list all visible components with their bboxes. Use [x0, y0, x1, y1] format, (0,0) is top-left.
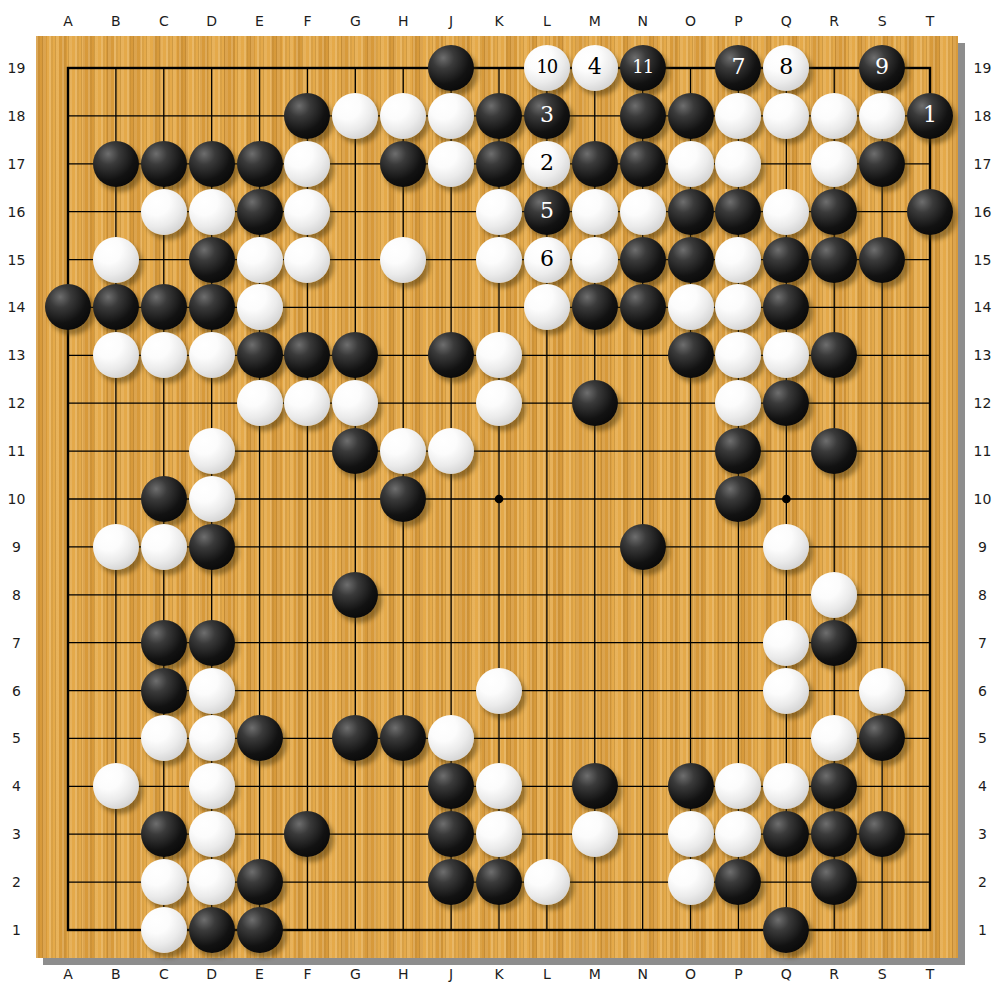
move-number-label-T18: 1 [923, 104, 937, 126]
row-label-left-4: 4 [0, 776, 33, 796]
stone-white-K15[interactable] [476, 237, 522, 283]
stone-black-R11[interactable] [811, 428, 857, 474]
move-number-label-N19: 11 [632, 58, 653, 76]
stone-white-D3[interactable] [189, 811, 235, 857]
stone-white-O17[interactable] [668, 141, 714, 187]
stone-white-D11[interactable] [189, 428, 235, 474]
stone-white-Q6[interactable] [763, 668, 809, 714]
column-label-top-D: D [197, 11, 227, 31]
move-number-label-L18: 3 [540, 104, 554, 126]
column-label-bottom-O: O [676, 964, 706, 984]
row-label-left-15: 15 [0, 250, 33, 270]
row-label-left-9: 9 [0, 537, 33, 557]
stone-black-L18[interactable]: 3 [524, 93, 570, 139]
column-label-top-C: C [149, 11, 179, 31]
row-label-left-1: 1 [0, 920, 33, 940]
stone-white-C2[interactable] [141, 859, 187, 905]
column-label-bottom-D: D [197, 964, 227, 984]
stone-black-L16[interactable]: 5 [524, 189, 570, 235]
stone-black-R16[interactable] [811, 189, 857, 235]
column-label-bottom-Q: Q [771, 964, 801, 984]
column-label-bottom-K: K [484, 964, 514, 984]
row-label-right-8: 8 [966, 585, 999, 605]
stone-black-E17[interactable] [237, 141, 283, 187]
stone-white-L14[interactable] [524, 284, 570, 330]
row-label-right-2: 2 [966, 872, 999, 892]
stone-white-P15[interactable] [715, 237, 761, 283]
row-label-left-14: 14 [0, 297, 33, 317]
row-label-left-7: 7 [0, 633, 33, 653]
column-label-bottom-C: C [149, 964, 179, 984]
stone-white-M16[interactable] [572, 189, 618, 235]
column-label-bottom-T: T [915, 964, 945, 984]
stone-black-J2[interactable] [428, 859, 474, 905]
stone-white-B15[interactable] [93, 237, 139, 283]
stone-black-B14[interactable] [93, 284, 139, 330]
column-label-bottom-A: A [53, 964, 83, 984]
stone-white-H11[interactable] [380, 428, 426, 474]
column-label-bottom-E: E [245, 964, 275, 984]
stone-black-O4[interactable] [668, 763, 714, 809]
stone-black-Q1[interactable] [763, 907, 809, 953]
column-label-bottom-S: S [867, 964, 897, 984]
stone-white-K16[interactable] [476, 189, 522, 235]
stone-white-O2[interactable] [668, 859, 714, 905]
row-label-right-6: 6 [966, 681, 999, 701]
stone-black-R2[interactable] [811, 859, 857, 905]
stone-white-E14[interactable] [237, 284, 283, 330]
column-label-top-P: P [723, 11, 753, 31]
row-label-right-9: 9 [966, 537, 999, 557]
star-point-Q10 [782, 495, 791, 504]
stone-black-D14[interactable] [189, 284, 235, 330]
stone-black-C6[interactable] [141, 668, 187, 714]
stone-black-K2[interactable] [476, 859, 522, 905]
stone-black-S19[interactable]: 9 [859, 45, 905, 91]
row-label-left-18: 18 [0, 106, 33, 126]
stone-black-O18[interactable] [668, 93, 714, 139]
stone-white-F17[interactable] [284, 141, 330, 187]
stone-white-M19[interactable]: 4 [572, 45, 618, 91]
column-label-bottom-M: M [580, 964, 610, 984]
row-label-right-5: 5 [966, 728, 999, 748]
move-number-label-M19: 4 [588, 56, 602, 78]
stone-black-H10[interactable] [380, 476, 426, 522]
stone-white-S6[interactable] [859, 668, 905, 714]
column-label-bottom-F: F [292, 964, 322, 984]
row-label-right-18: 18 [966, 106, 999, 126]
stone-black-O13[interactable] [668, 332, 714, 378]
go-board[interactable]: 1041178931256 [36, 36, 958, 958]
stone-white-F16[interactable] [284, 189, 330, 235]
stone-white-E15[interactable] [237, 237, 283, 283]
stone-white-B13[interactable] [93, 332, 139, 378]
stone-black-C17[interactable] [141, 141, 187, 187]
column-label-bottom-P: P [723, 964, 753, 984]
row-label-right-10: 10 [966, 489, 999, 509]
move-number-label-L19: 10 [536, 58, 557, 76]
stone-black-B17[interactable] [93, 141, 139, 187]
row-label-left-11: 11 [0, 441, 33, 461]
stone-black-P16[interactable] [715, 189, 761, 235]
stone-white-K4[interactable] [476, 763, 522, 809]
row-label-left-8: 8 [0, 585, 33, 605]
column-label-bottom-N: N [628, 964, 658, 984]
column-label-top-A: A [53, 11, 83, 31]
stone-white-S18[interactable] [859, 93, 905, 139]
stone-black-T18[interactable]: 1 [907, 93, 953, 139]
stone-white-Q16[interactable] [763, 189, 809, 235]
column-label-bottom-J: J [436, 964, 466, 984]
stone-white-G18[interactable] [332, 93, 378, 139]
stone-white-Q9[interactable] [763, 524, 809, 570]
stone-white-Q18[interactable] [763, 93, 809, 139]
stone-black-K17[interactable] [476, 141, 522, 187]
column-label-bottom-L: L [532, 964, 562, 984]
stone-black-J3[interactable] [428, 811, 474, 857]
stone-black-K18[interactable] [476, 93, 522, 139]
column-label-top-F: F [292, 11, 322, 31]
stone-white-D10[interactable] [189, 476, 235, 522]
stone-white-F15[interactable] [284, 237, 330, 283]
stone-black-E16[interactable] [237, 189, 283, 235]
stone-black-R7[interactable] [811, 620, 857, 666]
stone-black-N17[interactable] [620, 141, 666, 187]
stone-white-J18[interactable] [428, 93, 474, 139]
stone-white-R17[interactable] [811, 141, 857, 187]
stone-white-C1[interactable] [141, 907, 187, 953]
stone-white-M15[interactable] [572, 237, 618, 283]
stone-black-S17[interactable] [859, 141, 905, 187]
stone-black-H17[interactable] [380, 141, 426, 187]
stone-white-D2[interactable] [189, 859, 235, 905]
row-label-left-5: 5 [0, 728, 33, 748]
stone-black-D9[interactable] [189, 524, 235, 570]
column-label-top-H: H [388, 11, 418, 31]
stone-white-D13[interactable] [189, 332, 235, 378]
stone-white-J11[interactable] [428, 428, 474, 474]
stone-black-N19[interactable]: 11 [620, 45, 666, 91]
stone-black-Q15[interactable] [763, 237, 809, 283]
stone-black-D17[interactable] [189, 141, 235, 187]
go-diagram: 1041178931256 AABBCCDDEEFFGGHHJJKKLLMMNN… [0, 0, 1000, 1000]
stone-white-Q19[interactable]: 8 [763, 45, 809, 91]
stone-white-L15[interactable]: 6 [524, 237, 570, 283]
stone-white-E12[interactable] [237, 380, 283, 426]
stone-white-L2[interactable] [524, 859, 570, 905]
column-label-bottom-B: B [101, 964, 131, 984]
stone-white-R8[interactable] [811, 572, 857, 618]
stone-white-N16[interactable] [620, 189, 666, 235]
row-label-right-19: 19 [966, 58, 999, 78]
row-label-right-13: 13 [966, 345, 999, 365]
column-label-top-M: M [580, 11, 610, 31]
row-label-right-17: 17 [966, 154, 999, 174]
stone-black-N18[interactable] [620, 93, 666, 139]
row-label-right-3: 3 [966, 824, 999, 844]
stone-black-R15[interactable] [811, 237, 857, 283]
column-label-top-K: K [484, 11, 514, 31]
stone-white-K12[interactable] [476, 380, 522, 426]
row-label-right-11: 11 [966, 441, 999, 461]
stone-black-M12[interactable] [572, 380, 618, 426]
stone-black-N9[interactable] [620, 524, 666, 570]
stone-white-C9[interactable] [141, 524, 187, 570]
stone-white-B4[interactable] [93, 763, 139, 809]
stone-white-H18[interactable] [380, 93, 426, 139]
row-label-right-15: 15 [966, 250, 999, 270]
column-label-top-R: R [819, 11, 849, 31]
stone-black-C10[interactable] [141, 476, 187, 522]
move-number-label-L15: 6 [540, 248, 554, 270]
row-label-right-7: 7 [966, 633, 999, 653]
stone-white-C5[interactable] [141, 715, 187, 761]
column-label-top-G: G [340, 11, 370, 31]
column-label-top-J: J [436, 11, 466, 31]
row-label-right-12: 12 [966, 393, 999, 413]
stone-white-L17[interactable]: 2 [524, 141, 570, 187]
column-label-top-Q: Q [771, 11, 801, 31]
row-label-left-16: 16 [0, 202, 33, 222]
stone-black-T16[interactable] [907, 189, 953, 235]
stone-black-E5[interactable] [237, 715, 283, 761]
row-label-left-12: 12 [0, 393, 33, 413]
row-label-right-14: 14 [966, 297, 999, 317]
stone-white-C16[interactable] [141, 189, 187, 235]
row-label-right-4: 4 [966, 776, 999, 796]
stone-black-C3[interactable] [141, 811, 187, 857]
stone-black-D7[interactable] [189, 620, 235, 666]
stone-black-O16[interactable] [668, 189, 714, 235]
stone-black-M17[interactable] [572, 141, 618, 187]
stone-black-N14[interactable] [620, 284, 666, 330]
move-number-label-P19: 7 [731, 56, 745, 78]
stone-black-M4[interactable] [572, 763, 618, 809]
stone-black-J19[interactable] [428, 45, 474, 91]
stone-black-C7[interactable] [141, 620, 187, 666]
move-number-label-S19: 9 [875, 56, 889, 78]
column-label-bottom-G: G [340, 964, 370, 984]
stone-white-P18[interactable] [715, 93, 761, 139]
stone-black-M14[interactable] [572, 284, 618, 330]
column-label-top-L: L [532, 11, 562, 31]
stone-white-K3[interactable] [476, 811, 522, 857]
stone-white-K6[interactable] [476, 668, 522, 714]
row-label-left-3: 3 [0, 824, 33, 844]
stone-white-P17[interactable] [715, 141, 761, 187]
stone-white-D5[interactable] [189, 715, 235, 761]
stone-white-D6[interactable] [189, 668, 235, 714]
stone-black-O15[interactable] [668, 237, 714, 283]
row-label-left-17: 17 [0, 154, 33, 174]
stone-black-N15[interactable] [620, 237, 666, 283]
stone-black-C14[interactable] [141, 284, 187, 330]
stone-white-H15[interactable] [380, 237, 426, 283]
stone-white-C13[interactable] [141, 332, 187, 378]
stone-black-E13[interactable] [237, 332, 283, 378]
column-label-top-N: N [628, 11, 658, 31]
column-label-top-T: T [915, 11, 945, 31]
stone-black-E2[interactable] [237, 859, 283, 905]
stone-black-G8[interactable] [332, 572, 378, 618]
stone-black-S15[interactable] [859, 237, 905, 283]
stone-white-L19[interactable]: 10 [524, 45, 570, 91]
row-label-left-6: 6 [0, 681, 33, 701]
move-number-label-L17: 2 [540, 152, 554, 174]
column-label-top-B: B [101, 11, 131, 31]
move-number-label-L16: 5 [540, 200, 554, 222]
stone-black-D15[interactable] [189, 237, 235, 283]
stone-white-O14[interactable] [668, 284, 714, 330]
stone-white-O3[interactable] [668, 811, 714, 857]
stone-white-R18[interactable] [811, 93, 857, 139]
stone-white-J17[interactable] [428, 141, 474, 187]
column-label-top-S: S [867, 11, 897, 31]
row-label-right-1: 1 [966, 920, 999, 940]
stone-white-Q7[interactable] [763, 620, 809, 666]
row-label-left-19: 19 [0, 58, 33, 78]
stone-white-B9[interactable] [93, 524, 139, 570]
stone-black-E1[interactable] [237, 907, 283, 953]
row-label-left-2: 2 [0, 872, 33, 892]
stone-black-S3[interactable] [859, 811, 905, 857]
star-point-K10 [495, 495, 504, 504]
row-label-left-10: 10 [0, 489, 33, 509]
column-label-bottom-R: R [819, 964, 849, 984]
column-label-bottom-H: H [388, 964, 418, 984]
move-number-label-Q19: 8 [779, 56, 793, 78]
stone-black-D1[interactable] [189, 907, 235, 953]
stone-white-M3[interactable] [572, 811, 618, 857]
stone-white-K13[interactable] [476, 332, 522, 378]
row-label-left-13: 13 [0, 345, 33, 365]
stone-black-F18[interactable] [284, 93, 330, 139]
stone-white-D4[interactable] [189, 763, 235, 809]
row-label-right-16: 16 [966, 202, 999, 222]
column-label-top-E: E [245, 11, 275, 31]
column-label-top-O: O [676, 11, 706, 31]
stone-white-D16[interactable] [189, 189, 235, 235]
